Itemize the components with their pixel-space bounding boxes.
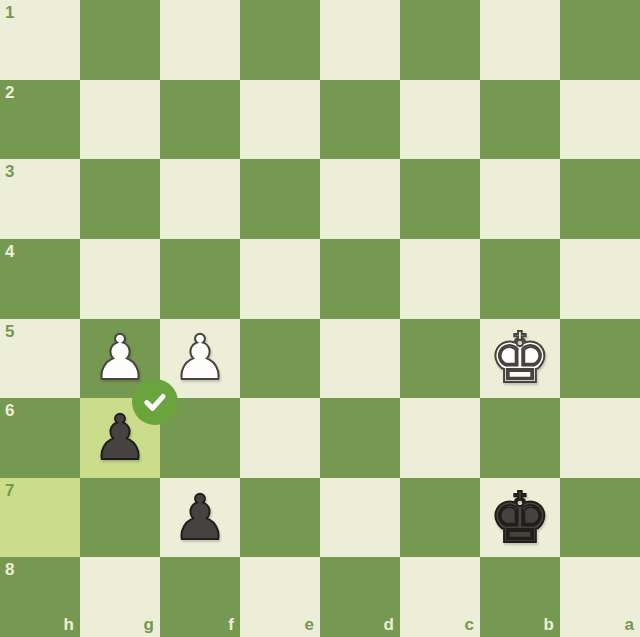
rank-label-7: 7 — [5, 482, 14, 499]
square-h4[interactable]: 4 — [0, 239, 80, 319]
square-e3[interactable] — [240, 159, 320, 239]
square-h8[interactable]: 8 h — [0, 557, 80, 637]
correct-move-badge — [132, 379, 178, 425]
square-e2[interactable] — [240, 80, 320, 160]
square-a2[interactable] — [560, 80, 640, 160]
square-g7[interactable] — [80, 478, 160, 558]
square-a5[interactable] — [560, 319, 640, 399]
square-a8[interactable]: a — [560, 557, 640, 637]
square-e5[interactable] — [240, 319, 320, 399]
white-pawn[interactable]: ♟ — [172, 327, 228, 389]
rank-label-1: 1 — [5, 4, 14, 21]
chess-board: 1 2 3 4 5 ♟ ♟ ♚ 6 ♟ — [0, 0, 640, 637]
square-b8[interactable]: b — [480, 557, 560, 637]
square-f8[interactable]: f — [160, 557, 240, 637]
square-d6[interactable] — [320, 398, 400, 478]
square-e7[interactable] — [240, 478, 320, 558]
square-c3[interactable] — [400, 159, 480, 239]
white-pawn[interactable]: ♟ — [92, 327, 148, 389]
square-g4[interactable] — [80, 239, 160, 319]
black-king[interactable]: ♚ — [489, 483, 552, 553]
square-g1[interactable] — [80, 0, 160, 80]
square-c5[interactable] — [400, 319, 480, 399]
square-c7[interactable] — [400, 478, 480, 558]
square-a7[interactable] — [560, 478, 640, 558]
rank-label-6: 6 — [5, 402, 14, 419]
square-d8[interactable]: d — [320, 557, 400, 637]
rank-label-8: 8 — [5, 561, 14, 578]
square-d1[interactable] — [320, 0, 400, 80]
square-h5[interactable]: 5 — [0, 319, 80, 399]
square-h1[interactable]: 1 — [0, 0, 80, 80]
square-d3[interactable] — [320, 159, 400, 239]
square-b7[interactable]: ♚ — [480, 478, 560, 558]
square-d7[interactable] — [320, 478, 400, 558]
square-c8[interactable]: c — [400, 557, 480, 637]
file-label-b: b — [544, 616, 554, 633]
square-f7[interactable]: ♟ — [160, 478, 240, 558]
file-label-d: d — [384, 616, 394, 633]
square-f2[interactable] — [160, 80, 240, 160]
square-b1[interactable] — [480, 0, 560, 80]
file-label-c: c — [465, 616, 474, 633]
square-f4[interactable] — [160, 239, 240, 319]
file-label-e: e — [305, 616, 314, 633]
square-a3[interactable] — [560, 159, 640, 239]
square-a1[interactable] — [560, 0, 640, 80]
square-g8[interactable]: g — [80, 557, 160, 637]
square-d2[interactable] — [320, 80, 400, 160]
square-c1[interactable] — [400, 0, 480, 80]
rank-label-4: 4 — [5, 243, 14, 260]
square-g6[interactable]: ♟ — [80, 398, 160, 478]
square-c2[interactable] — [400, 80, 480, 160]
square-b5[interactable]: ♚ — [480, 319, 560, 399]
square-h6[interactable]: 6 — [0, 398, 80, 478]
square-h2[interactable]: 2 — [0, 80, 80, 160]
checkmark-icon — [140, 387, 170, 417]
rank-label-5: 5 — [5, 323, 14, 340]
square-e1[interactable] — [240, 0, 320, 80]
rank-label-3: 3 — [5, 163, 14, 180]
rank-label-2: 2 — [5, 84, 14, 101]
square-e8[interactable]: e — [240, 557, 320, 637]
square-f3[interactable] — [160, 159, 240, 239]
file-label-a: a — [625, 616, 634, 633]
square-a4[interactable] — [560, 239, 640, 319]
square-b2[interactable] — [480, 80, 560, 160]
square-e4[interactable] — [240, 239, 320, 319]
square-g3[interactable] — [80, 159, 160, 239]
square-f1[interactable] — [160, 0, 240, 80]
square-c6[interactable] — [400, 398, 480, 478]
square-b3[interactable] — [480, 159, 560, 239]
black-pawn[interactable]: ♟ — [172, 487, 228, 549]
square-b6[interactable] — [480, 398, 560, 478]
square-e6[interactable] — [240, 398, 320, 478]
square-d5[interactable] — [320, 319, 400, 399]
file-label-h: h — [64, 616, 74, 633]
square-g2[interactable] — [80, 80, 160, 160]
square-c4[interactable] — [400, 239, 480, 319]
white-king[interactable]: ♚ — [489, 323, 552, 393]
square-b4[interactable] — [480, 239, 560, 319]
file-label-f: f — [228, 616, 234, 633]
square-d4[interactable] — [320, 239, 400, 319]
square-a6[interactable] — [560, 398, 640, 478]
square-h7[interactable]: 7 — [0, 478, 80, 558]
file-label-g: g — [144, 616, 154, 633]
square-h3[interactable]: 3 — [0, 159, 80, 239]
